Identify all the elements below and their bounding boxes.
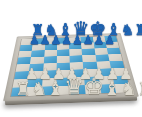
blue-pawn[interactable]: ♟ xyxy=(72,34,83,46)
white-knight[interactable]: ♞ xyxy=(31,80,47,98)
blue-pawn[interactable]: ♟ xyxy=(94,34,105,46)
blue-pawn[interactable]: ♟ xyxy=(51,34,62,46)
blue-rook[interactable]: ♜ xyxy=(134,23,142,38)
blue-pawn[interactable]: ♟ xyxy=(104,34,115,46)
blue-pawn[interactable]: ♟ xyxy=(40,34,51,46)
blue-pawn[interactable]: ♟ xyxy=(83,34,94,46)
pieces-rank-7: ♟♟♟♟♟♟♟♟ xyxy=(29,33,114,46)
white-bishop[interactable]: ♝ xyxy=(104,79,121,98)
pieces-rank-1: ♜♞♝♛♚♝♞♜ xyxy=(15,75,130,98)
chess-set-photo: ♜♞♝♛♚♝♞♜ ♟♟♟♟♟♟♟♟ ♟♟♟♟♟♟♟♟ ♜♞♝♛♚♝♞♜ xyxy=(0,0,142,117)
white-knight[interactable]: ♞ xyxy=(121,80,137,98)
white-queen[interactable]: ♛ xyxy=(64,76,84,98)
white-king[interactable]: ♚ xyxy=(84,76,104,98)
blue-pawn[interactable]: ♟ xyxy=(29,34,40,46)
blue-knight[interactable]: ♞ xyxy=(121,23,134,38)
white-rook[interactable]: ♜ xyxy=(15,80,31,98)
blue-pawn[interactable]: ♟ xyxy=(61,34,72,46)
white-bishop[interactable]: ♝ xyxy=(47,79,64,98)
white-rook[interactable]: ♜ xyxy=(137,80,142,98)
